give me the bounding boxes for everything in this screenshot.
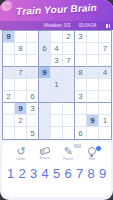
sudoku-cell-r3c9[interactable]: [99, 55, 111, 67]
sudoku-cell-r1c7[interactable]: 3: [75, 31, 87, 43]
eraser-icon: [39, 146, 50, 155]
numpad-2[interactable]: 2: [17, 166, 28, 181]
sudoku-cell-r3c2[interactable]: [15, 55, 27, 67]
sudoku-cell-r6c7[interactable]: 3: [75, 91, 87, 103]
numpad-5[interactable]: 5: [51, 166, 62, 181]
sudoku-cell-r6c5[interactable]: [51, 91, 63, 103]
sudoku-cell-r2c8[interactable]: [87, 43, 99, 55]
pencil-label: Pencil: [63, 157, 73, 159]
sudoku-cell-r1c6[interactable]: 2: [63, 31, 75, 43]
sudoku-cell-r3c6[interactable]: 7: [63, 55, 75, 67]
sudoku-cell-r4c5[interactable]: [51, 67, 63, 79]
numpad-1[interactable]: 1: [5, 166, 16, 181]
game-timer: 00:04:04: [79, 23, 97, 28]
undo-label: Undo: [17, 157, 26, 159]
number-pad: 123456789: [2, 162, 111, 181]
sudoku-cell-r8c3[interactable]: [27, 115, 39, 127]
sudoku-cell-r8c7[interactable]: [75, 115, 87, 127]
sudoku-cell-r1c2[interactable]: [15, 31, 27, 43]
sudoku-cell-r9c1[interactable]: [3, 127, 15, 139]
sudoku-cell-r3c3[interactable]: [27, 55, 39, 67]
sudoku-cell-r3c1[interactable]: [3, 55, 15, 67]
numpad-4[interactable]: 4: [40, 166, 51, 181]
sudoku-cell-r4c2[interactable]: 7: [15, 67, 27, 79]
sudoku-cell-r1c8[interactable]: [87, 31, 99, 43]
sudoku-cell-r5c8[interactable]: [87, 79, 99, 91]
undo-arrow-icon: ↺: [16, 145, 25, 157]
sudoku-cell-r9c9[interactable]: [99, 127, 111, 139]
sudoku-cell-r7c5[interactable]: [51, 103, 63, 115]
sudoku-cell-r2c6[interactable]: [63, 43, 75, 55]
pencil-icon: ✎: [64, 145, 73, 157]
sudoku-cell-r5c1[interactable]: [3, 79, 15, 91]
sudoku-cell-r4c7[interactable]: 8: [75, 67, 87, 79]
sudoku-cell-r4c6[interactable]: [63, 67, 75, 79]
sudoku-cell-r5c7[interactable]: [75, 79, 87, 91]
sudoku-cell-r9c5[interactable]: [51, 127, 63, 139]
sudoku-cell-r3c8[interactable]: [87, 55, 99, 67]
sudoku-cell-r2c5[interactable]: 4: [51, 43, 63, 55]
sudoku-cell-r7c3[interactable]: 3: [27, 103, 39, 115]
app-title: Train Your Brain: [0, 1, 113, 18]
sudoku-cell-r5c2[interactable]: [15, 79, 27, 91]
sudoku-cell-r6c1[interactable]: 2: [3, 91, 15, 103]
sudoku-cell-r8c9[interactable]: 1: [99, 115, 111, 127]
sudoku-cell-r9c6[interactable]: [63, 127, 75, 139]
sudoku-cell-r4c4[interactable]: 9: [39, 67, 51, 79]
sudoku-cell-r9c4[interactable]: [39, 127, 51, 139]
sudoku-cell-r9c2[interactable]: [15, 127, 27, 139]
numpad-3[interactable]: 3: [28, 166, 39, 181]
sudoku-cell-r9c8[interactable]: [87, 127, 99, 139]
sudoku-cell-r4c3[interactable]: [27, 67, 39, 79]
sudoku-cell-r3c5[interactable]: 3: [51, 55, 63, 67]
sudoku-cell-r8c8[interactable]: 9: [87, 115, 99, 127]
sudoku-cell-r4c1[interactable]: [3, 67, 15, 79]
status-bar: Mistakes: 0/3 00:04:04: [0, 21, 113, 30]
sudoku-cell-r6c4[interactable]: [39, 91, 51, 103]
sudoku-cell-r7c9[interactable]: [99, 103, 111, 115]
sudoku-cell-r2c9[interactable]: 7: [99, 43, 111, 55]
undo-button[interactable]: ↺ Undo: [10, 145, 32, 162]
sudoku-cell-r3c7[interactable]: [75, 55, 87, 67]
sudoku-cell-r1c3[interactable]: [27, 31, 39, 43]
sudoku-cell-r2c1[interactable]: [3, 43, 15, 55]
sudoku-cell-r2c3[interactable]: [27, 43, 39, 55]
phone-screen: Train Your Brain Mistakes: 0/3 00:04:04 …: [0, 0, 113, 200]
sudoku-board: 923864737798412639329156: [2, 30, 112, 140]
pause-icon[interactable]: [105, 23, 111, 28]
hint-button[interactable]: Hint: [81, 145, 103, 162]
sudoku-cell-r7c6[interactable]: [63, 103, 75, 115]
sudoku-cell-r2c4[interactable]: 6: [39, 43, 51, 55]
eraser-button[interactable]: Eraser: [34, 145, 56, 162]
toolbar: ↺ Undo Eraser OFF ✎ Pencil Hint: [2, 141, 111, 162]
sudoku-cell-r7c7[interactable]: [75, 103, 87, 115]
sudoku-cell-r4c8[interactable]: [87, 67, 99, 79]
sudoku-cell-r6c2[interactable]: [15, 91, 27, 103]
sudoku-cell-r8c4[interactable]: [39, 115, 51, 127]
sudoku-cell-r7c8[interactable]: [87, 103, 99, 115]
sudoku-cell-r2c2[interactable]: 8: [15, 43, 27, 55]
sudoku-cell-r5c6[interactable]: [63, 79, 75, 91]
sudoku-cell-r9c3[interactable]: 5: [27, 127, 39, 139]
numpad-8[interactable]: 8: [86, 166, 97, 181]
sudoku-cell-r9c7[interactable]: 6: [75, 127, 87, 139]
numpad-6[interactable]: 6: [63, 166, 74, 181]
sudoku-cell-r5c5[interactable]: 1: [51, 79, 63, 91]
sudoku-cell-r1c1[interactable]: 9: [3, 31, 15, 43]
sudoku-cell-r1c4[interactable]: [39, 31, 51, 43]
sudoku-cell-r7c2[interactable]: 9: [15, 103, 27, 115]
sudoku-cell-r5c4[interactable]: [39, 79, 51, 91]
sudoku-cell-r6c8[interactable]: [87, 91, 99, 103]
numpad-7[interactable]: 7: [74, 166, 85, 181]
sudoku-cell-r3c4[interactable]: [39, 55, 51, 67]
pencil-button[interactable]: OFF ✎ Pencil: [57, 145, 79, 162]
sudoku-cell-r7c1[interactable]: [3, 103, 15, 115]
hint-label: Hint: [89, 157, 95, 159]
sudoku-cell-r7c4[interactable]: [39, 103, 51, 115]
mistakes-counter: Mistakes: 0/3: [43, 23, 70, 28]
eraser-label: Eraser: [39, 156, 50, 158]
sudoku-cell-r8c2[interactable]: 2: [15, 115, 27, 127]
sudoku-cell-r2c7[interactable]: [75, 43, 87, 55]
hint-badge: [95, 145, 102, 152]
sudoku-cell-r1c5[interactable]: [51, 31, 63, 43]
sudoku-cell-r5c3[interactable]: [27, 79, 39, 91]
sudoku-cell-r8c6[interactable]: [63, 115, 75, 127]
bottom-panel: ↺ Undo Eraser OFF ✎ Pencil Hint 12345678…: [2, 141, 111, 197]
sudoku-cell-r1c9[interactable]: [99, 31, 111, 43]
sudoku-cell-r6c9[interactable]: [99, 91, 111, 103]
sudoku-cell-r4c9[interactable]: 4: [99, 67, 111, 79]
sudoku-cell-r6c3[interactable]: 6: [27, 91, 39, 103]
sudoku-cell-r8c5[interactable]: [51, 115, 63, 127]
sudoku-cell-r5c9[interactable]: [99, 79, 111, 91]
sudoku-cell-r8c1[interactable]: [3, 115, 15, 127]
sudoku-cell-r6c6[interactable]: [63, 91, 75, 103]
numpad-9[interactable]: 9: [97, 166, 108, 181]
